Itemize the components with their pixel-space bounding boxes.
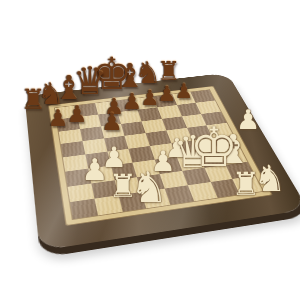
chess-board: [25, 73, 300, 251]
chess-set-photo: ♜♞♝♛♚♝♞♜♟♟♟♟♟♟♟♟♟♟♜♞♟♟♛♚♝♟♜♞: [0, 0, 300, 300]
board-grid: [55, 90, 263, 219]
board-inlay-border: [48, 86, 273, 226]
board-square: [70, 199, 98, 219]
